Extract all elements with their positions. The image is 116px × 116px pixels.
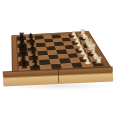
white-rook: ♜ — [78, 29, 87, 36]
white-pawn: ♟ — [76, 45, 86, 52]
board-grid: ♜♟♟♜♞♟♟♞♝♟♟♝♛♟♟♛♚♟♟♚♝♟♟♝♞♟♟♞♜♟♟♜ — [17, 33, 104, 71]
board-square — [46, 46, 56, 51]
board-square: ♝ — [80, 40, 91, 44]
chess-set-product-photo: ♜♟♟♜♞♟♟♞♝♟♟♝♛♟♟♛♚♟♟♚♝♟♟♝♞♟♟♞♜♟♟♜ — [0, 0, 116, 116]
board-square: ♜ — [91, 61, 104, 67]
